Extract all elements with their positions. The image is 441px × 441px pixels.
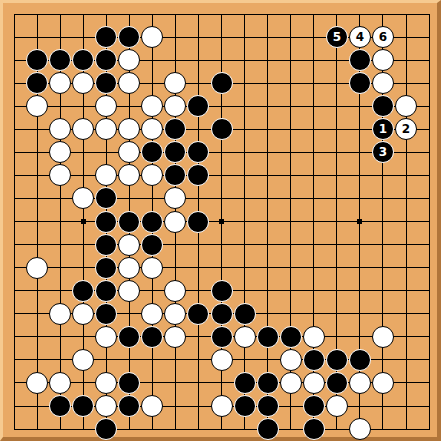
stone-white[interactable] bbox=[395, 95, 417, 117]
stone-white[interactable] bbox=[118, 72, 140, 94]
stone-white[interactable] bbox=[372, 372, 394, 394]
stone-white[interactable] bbox=[164, 326, 186, 348]
stone-black[interactable] bbox=[303, 395, 325, 417]
stone-black[interactable] bbox=[95, 234, 117, 256]
stone-black[interactable] bbox=[372, 95, 394, 117]
stone-white[interactable] bbox=[49, 141, 71, 163]
stone-black[interactable] bbox=[95, 211, 117, 233]
grid-line-vertical bbox=[406, 14, 407, 430]
stone-black[interactable] bbox=[211, 280, 233, 302]
stone-white[interactable] bbox=[95, 395, 117, 417]
stone-white[interactable] bbox=[118, 234, 140, 256]
stone-black[interactable] bbox=[141, 326, 163, 348]
stone-white[interactable] bbox=[118, 280, 140, 302]
star-point bbox=[219, 219, 224, 224]
stone-black[interactable] bbox=[187, 164, 209, 186]
stone-black[interactable] bbox=[118, 372, 140, 394]
stone-black[interactable] bbox=[211, 303, 233, 325]
stone-black[interactable] bbox=[257, 418, 279, 440]
stone-black[interactable] bbox=[257, 372, 279, 394]
stone-white[interactable] bbox=[118, 118, 140, 140]
stone-black[interactable] bbox=[349, 72, 371, 94]
stone-white-move-2[interactable]: 2 bbox=[395, 118, 417, 140]
stone-black[interactable] bbox=[72, 280, 94, 302]
stone-white[interactable] bbox=[141, 164, 163, 186]
stone-black[interactable] bbox=[211, 72, 233, 94]
stone-black[interactable] bbox=[349, 49, 371, 71]
stone-white[interactable] bbox=[280, 372, 302, 394]
star-point bbox=[357, 219, 362, 224]
stone-black[interactable] bbox=[49, 49, 71, 71]
stone-white-move-6[interactable]: 6 bbox=[372, 26, 394, 48]
stone-black[interactable] bbox=[280, 326, 302, 348]
stone-black[interactable] bbox=[118, 395, 140, 417]
stone-black[interactable] bbox=[326, 372, 348, 394]
stone-black[interactable] bbox=[141, 211, 163, 233]
stone-black[interactable] bbox=[234, 372, 256, 394]
stone-white[interactable] bbox=[164, 72, 186, 94]
stone-white[interactable] bbox=[164, 95, 186, 117]
stone-black[interactable] bbox=[141, 141, 163, 163]
stone-black-move-3[interactable]: 3 bbox=[372, 141, 394, 163]
stone-black[interactable] bbox=[234, 303, 256, 325]
stone-black[interactable] bbox=[326, 349, 348, 371]
grid-line-vertical bbox=[429, 14, 430, 430]
stone-white[interactable] bbox=[95, 326, 117, 348]
stone-white[interactable] bbox=[26, 95, 48, 117]
stone-white[interactable] bbox=[72, 72, 94, 94]
stone-white[interactable] bbox=[372, 49, 394, 71]
stone-black[interactable] bbox=[187, 211, 209, 233]
stone-white[interactable] bbox=[164, 303, 186, 325]
stone-white[interactable] bbox=[372, 326, 394, 348]
stone-black[interactable] bbox=[95, 418, 117, 440]
stone-white[interactable] bbox=[303, 372, 325, 394]
stone-black[interactable] bbox=[303, 418, 325, 440]
grid-line-vertical bbox=[267, 14, 268, 430]
stone-black[interactable] bbox=[164, 141, 186, 163]
stone-white[interactable] bbox=[118, 257, 140, 279]
stone-white[interactable] bbox=[26, 372, 48, 394]
grid-line-horizontal bbox=[14, 267, 430, 268]
stone-white[interactable] bbox=[164, 211, 186, 233]
stone-white[interactable] bbox=[141, 395, 163, 417]
stone-white[interactable] bbox=[49, 164, 71, 186]
stone-white[interactable] bbox=[95, 118, 117, 140]
stone-white-move-4[interactable]: 4 bbox=[349, 26, 371, 48]
stone-black[interactable] bbox=[95, 49, 117, 71]
stone-white[interactable] bbox=[303, 326, 325, 348]
stone-black[interactable] bbox=[303, 349, 325, 371]
stone-black[interactable] bbox=[349, 349, 371, 371]
stone-black[interactable] bbox=[95, 26, 117, 48]
stone-white[interactable] bbox=[141, 257, 163, 279]
stone-white[interactable] bbox=[234, 326, 256, 348]
stone-white[interactable] bbox=[141, 26, 163, 48]
stone-white[interactable] bbox=[211, 395, 233, 417]
stone-black[interactable] bbox=[211, 118, 233, 140]
stone-black[interactable] bbox=[164, 118, 186, 140]
stone-black[interactable] bbox=[95, 187, 117, 209]
stone-white[interactable] bbox=[49, 372, 71, 394]
stone-white[interactable] bbox=[26, 257, 48, 279]
stone-white[interactable] bbox=[141, 118, 163, 140]
stone-black[interactable] bbox=[95, 257, 117, 279]
stone-black[interactable] bbox=[164, 164, 186, 186]
stone-white[interactable] bbox=[49, 72, 71, 94]
stone-black[interactable] bbox=[49, 395, 71, 417]
go-board[interactable]: 546123 bbox=[0, 0, 441, 441]
stone-white[interactable] bbox=[349, 418, 371, 440]
stone-black[interactable] bbox=[187, 95, 209, 117]
star-point bbox=[81, 219, 86, 224]
stone-white[interactable] bbox=[164, 280, 186, 302]
stone-white[interactable] bbox=[72, 187, 94, 209]
stone-black[interactable] bbox=[141, 234, 163, 256]
stone-black[interactable] bbox=[118, 326, 140, 348]
stone-white[interactable] bbox=[72, 118, 94, 140]
stone-white[interactable] bbox=[95, 95, 117, 117]
stone-white[interactable] bbox=[211, 349, 233, 371]
grid-line-horizontal bbox=[14, 244, 430, 245]
stone-black[interactable] bbox=[118, 26, 140, 48]
stone-white[interactable] bbox=[118, 141, 140, 163]
stone-white[interactable] bbox=[118, 164, 140, 186]
stone-black[interactable] bbox=[95, 72, 117, 94]
stone-white[interactable] bbox=[49, 303, 71, 325]
stone-black[interactable] bbox=[257, 326, 279, 348]
stone-white[interactable] bbox=[72, 303, 94, 325]
stone-black[interactable] bbox=[95, 280, 117, 302]
grid-line-vertical bbox=[244, 14, 245, 430]
stone-black[interactable] bbox=[118, 211, 140, 233]
stone-white[interactable] bbox=[326, 395, 348, 417]
stone-white[interactable] bbox=[72, 349, 94, 371]
stone-black[interactable] bbox=[257, 395, 279, 417]
stone-white[interactable] bbox=[95, 372, 117, 394]
stone-white[interactable] bbox=[141, 303, 163, 325]
stone-black[interactable] bbox=[187, 141, 209, 163]
stone-black[interactable] bbox=[72, 49, 94, 71]
stone-black-move-5[interactable]: 5 bbox=[326, 26, 348, 48]
stone-white[interactable] bbox=[118, 49, 140, 71]
stone-white[interactable] bbox=[349, 372, 371, 394]
stone-black[interactable] bbox=[26, 49, 48, 71]
stone-white[interactable] bbox=[141, 95, 163, 117]
stone-white[interactable] bbox=[372, 72, 394, 94]
stone-black[interactable] bbox=[95, 303, 117, 325]
stone-white[interactable] bbox=[164, 187, 186, 209]
stone-black[interactable] bbox=[211, 326, 233, 348]
stone-white[interactable] bbox=[280, 349, 302, 371]
stone-black[interactable] bbox=[72, 395, 94, 417]
stone-black[interactable] bbox=[187, 303, 209, 325]
stone-white[interactable] bbox=[95, 164, 117, 186]
stone-black[interactable] bbox=[26, 72, 48, 94]
stone-black[interactable] bbox=[234, 395, 256, 417]
stone-white[interactable] bbox=[49, 118, 71, 140]
stone-black-move-1[interactable]: 1 bbox=[372, 118, 394, 140]
